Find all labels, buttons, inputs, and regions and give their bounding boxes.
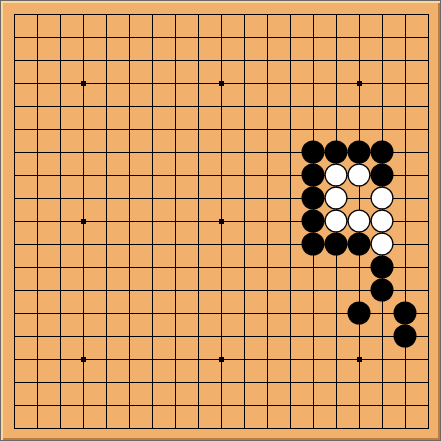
star-point: [357, 81, 362, 86]
black-stone: [394, 325, 417, 348]
black-stone: [325, 141, 348, 164]
white-stone: [371, 233, 393, 255]
white-stone: [371, 210, 393, 232]
black-stone: [394, 302, 417, 325]
star-point: [219, 81, 224, 86]
go-board: [0, 0, 441, 441]
black-stone: [302, 210, 325, 233]
black-stone: [371, 256, 394, 279]
black-stone: [348, 302, 371, 325]
white-stone: [371, 187, 393, 209]
black-stone: [302, 187, 325, 210]
white-stone: [348, 164, 370, 186]
star-point: [81, 357, 86, 362]
board-svg: [0, 0, 441, 441]
black-stone: [302, 233, 325, 256]
white-stone: [325, 210, 347, 232]
white-stone: [325, 187, 347, 209]
black-stone: [371, 141, 394, 164]
black-stone: [302, 164, 325, 187]
black-stone: [371, 279, 394, 302]
black-stone: [371, 164, 394, 187]
black-stone: [348, 141, 371, 164]
star-point: [219, 357, 224, 362]
star-point: [81, 219, 86, 224]
white-stone: [325, 164, 347, 186]
black-stone: [348, 233, 371, 256]
white-stone: [348, 210, 370, 232]
black-stone: [325, 233, 348, 256]
black-stone: [302, 141, 325, 164]
star-point: [357, 357, 362, 362]
star-point: [81, 81, 86, 86]
star-point: [219, 219, 224, 224]
